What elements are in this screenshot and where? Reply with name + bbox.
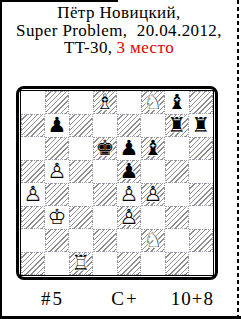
square-b5: ♟♙ bbox=[45, 160, 69, 183]
source-and-date: Super Problem, 20.04.2012, bbox=[2, 22, 236, 40]
piece-white-pawn-e3: ♙ bbox=[118, 207, 140, 228]
square-d6: ♚ bbox=[93, 137, 117, 160]
piece-white-pawn-f4: ♙ bbox=[142, 184, 164, 205]
material-count: 10+8 bbox=[171, 288, 214, 310]
square-h5 bbox=[189, 160, 213, 183]
square-d5 bbox=[93, 160, 117, 183]
square-b3: ♚♔ bbox=[45, 206, 69, 229]
square-a5 bbox=[21, 160, 45, 183]
square-b6 bbox=[45, 137, 69, 160]
square-f7 bbox=[141, 114, 165, 137]
piece-white-pawn-b5: ♙ bbox=[45, 160, 69, 183]
piece-fill: ♜ bbox=[70, 253, 92, 274]
piece-black-rook-g7: ♜ bbox=[166, 115, 188, 136]
piece-fill: ♟ bbox=[118, 207, 140, 228]
square-h8 bbox=[189, 91, 213, 114]
author-name: Пётр Новицкий, bbox=[2, 4, 236, 22]
square-a4: ♟♙ bbox=[21, 183, 45, 206]
piece-white-rook-c1: ♖ bbox=[70, 253, 92, 274]
square-h3 bbox=[189, 206, 213, 229]
piece-black-bishop-g8: ♝ bbox=[165, 91, 189, 114]
square-h6 bbox=[189, 137, 213, 160]
square-e5: ♟ bbox=[117, 160, 141, 183]
square-c3 bbox=[69, 206, 93, 229]
piece-fill: ♟ bbox=[45, 160, 69, 183]
piece-black-pawn-e5: ♟ bbox=[118, 161, 140, 182]
chess-problem-card: Пётр Новицкий, Super Problem, 20.04.2012… bbox=[0, 0, 241, 319]
square-a6 bbox=[21, 137, 45, 160]
piece-white-knight-f2: ♘ bbox=[142, 230, 164, 251]
square-d1 bbox=[93, 252, 117, 275]
chess-board: ♝♗♞♘♝♟♜♜♚♟♝♟♙♟♟♙♟♙♟♙♚♔♟♙♞♘♜♖ bbox=[16, 86, 218, 280]
square-a3 bbox=[21, 206, 45, 229]
square-g3 bbox=[165, 206, 189, 229]
square-g4 bbox=[165, 183, 189, 206]
square-f8: ♞♘ bbox=[141, 91, 165, 114]
board-grid: ♝♗♞♘♝♟♜♜♚♟♝♟♙♟♟♙♟♙♟♙♚♔♟♙♞♘♜♖ bbox=[20, 90, 214, 276]
square-a2 bbox=[21, 229, 45, 252]
square-e8 bbox=[117, 91, 141, 114]
square-d4 bbox=[93, 183, 117, 206]
piece-white-pawn-a4: ♙ bbox=[21, 183, 45, 206]
square-b8 bbox=[45, 91, 69, 114]
right-border-dashed bbox=[237, 0, 239, 319]
square-a7 bbox=[21, 114, 45, 137]
square-b1 bbox=[45, 252, 69, 275]
footer: #5 C+ 10+8 bbox=[16, 288, 218, 310]
piece-white-pawn-e4: ♙ bbox=[117, 183, 141, 206]
square-e6: ♟ bbox=[117, 137, 141, 160]
square-e7 bbox=[117, 114, 141, 137]
square-g6 bbox=[165, 137, 189, 160]
header: Пётр Новицкий, Super Problem, 20.04.2012… bbox=[2, 4, 236, 57]
square-a1 bbox=[21, 252, 45, 275]
piece-black-king-d6: ♚ bbox=[94, 138, 116, 159]
square-b7: ♟ bbox=[45, 114, 69, 137]
square-e1 bbox=[117, 252, 141, 275]
square-g8: ♝ bbox=[165, 91, 189, 114]
top-border-partial bbox=[0, 0, 118, 2]
square-h2 bbox=[189, 229, 213, 252]
square-g5 bbox=[165, 160, 189, 183]
square-g1 bbox=[165, 252, 189, 275]
square-f3 bbox=[141, 206, 165, 229]
piece-white-knight-f8: ♘ bbox=[142, 92, 164, 113]
square-c8 bbox=[69, 91, 93, 114]
square-f2: ♞♘ bbox=[141, 229, 165, 252]
square-e2 bbox=[117, 229, 141, 252]
square-f5 bbox=[141, 160, 165, 183]
piece-fill: ♝ bbox=[94, 92, 116, 113]
square-c4 bbox=[69, 183, 93, 206]
square-h4 bbox=[189, 183, 213, 206]
square-b4 bbox=[45, 183, 69, 206]
tourney-award-line: TT-30,3 место bbox=[2, 39, 236, 57]
square-f6: ♝ bbox=[141, 137, 165, 160]
square-e4: ♟♙ bbox=[117, 183, 141, 206]
square-c5 bbox=[69, 160, 93, 183]
piece-black-bishop-f6: ♝ bbox=[142, 138, 164, 159]
piece-black-pawn-e6: ♟ bbox=[117, 137, 141, 160]
square-c1: ♜♖ bbox=[69, 252, 93, 275]
square-d7 bbox=[93, 114, 117, 137]
tourney-name: TT-30, bbox=[64, 38, 113, 57]
square-h7: ♜ bbox=[189, 114, 213, 137]
award-place: 3 место bbox=[117, 38, 175, 57]
piece-fill: ♞ bbox=[142, 230, 164, 251]
piece-fill: ♟ bbox=[142, 184, 164, 205]
piece-white-king-b3: ♔ bbox=[45, 206, 69, 229]
piece-white-bishop-d8: ♗ bbox=[94, 92, 116, 113]
square-g2 bbox=[165, 229, 189, 252]
square-e3: ♟♙ bbox=[117, 206, 141, 229]
square-g7: ♜ bbox=[165, 114, 189, 137]
square-f4: ♟♙ bbox=[141, 183, 165, 206]
square-f1 bbox=[141, 252, 165, 275]
square-c2 bbox=[69, 229, 93, 252]
piece-fill: ♟ bbox=[117, 183, 141, 206]
square-c6 bbox=[69, 137, 93, 160]
square-d8: ♝♗ bbox=[93, 91, 117, 114]
square-d2 bbox=[93, 229, 117, 252]
piece-fill: ♚ bbox=[45, 206, 69, 229]
square-c7 bbox=[69, 114, 93, 137]
square-d3 bbox=[93, 206, 117, 229]
square-a8 bbox=[21, 91, 45, 114]
piece-black-rook-h7: ♜ bbox=[189, 114, 213, 137]
piece-fill: ♟ bbox=[21, 183, 45, 206]
square-h1 bbox=[189, 252, 213, 275]
square-b2 bbox=[45, 229, 69, 252]
piece-black-pawn-b7: ♟ bbox=[45, 114, 69, 137]
piece-fill: ♞ bbox=[142, 92, 164, 113]
